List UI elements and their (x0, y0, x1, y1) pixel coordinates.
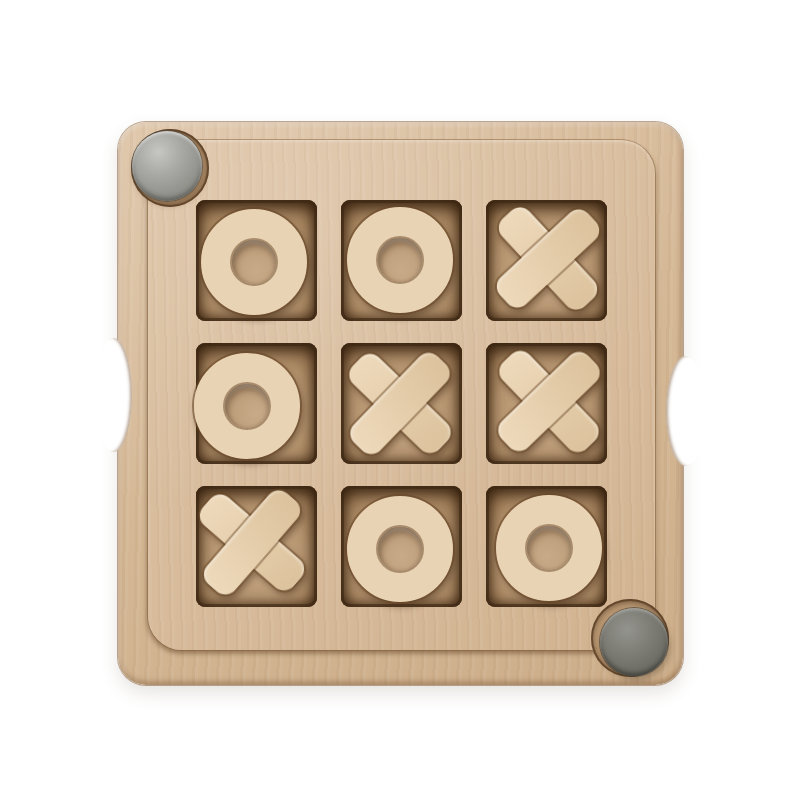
piece-o[interactable] (193, 201, 314, 322)
magnet-disc-top-left[interactable] (132, 131, 202, 201)
cell-r0c0[interactable] (196, 200, 317, 321)
cell-r2c0[interactable] (196, 486, 317, 607)
cell-r0c2[interactable] (486, 200, 607, 321)
finger-notch-left (94, 338, 132, 452)
magnet-disc-bottom-right[interactable] (600, 608, 668, 676)
piece-x[interactable] (485, 196, 610, 321)
piece-o[interactable] (488, 487, 609, 608)
piece-o[interactable] (186, 345, 307, 466)
cell-r1c2[interactable] (486, 343, 607, 464)
cell-r2c1[interactable] (341, 486, 462, 607)
piece-o[interactable] (339, 199, 460, 320)
cell-r2c2[interactable] (486, 486, 607, 607)
finger-notch-right (666, 356, 706, 466)
piece-x[interactable] (487, 340, 610, 463)
cell-r1c0[interactable] (196, 343, 317, 464)
cell-r0c1[interactable] (341, 200, 462, 321)
piece-o[interactable] (339, 488, 460, 609)
piece-x[interactable] (187, 478, 316, 607)
cell-r1c1[interactable] (341, 343, 462, 464)
product-photo-stage (0, 0, 800, 800)
piece-x[interactable] (338, 342, 461, 465)
tic-tac-toe-grid (196, 200, 607, 607)
